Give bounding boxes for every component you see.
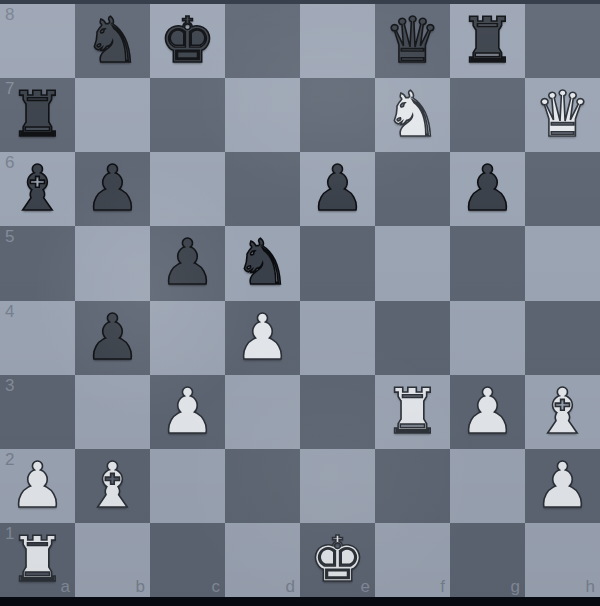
piece-white-pawn[interactable]: ♟ [234, 301, 290, 375]
square-a5[interactable]: 5 [0, 226, 75, 300]
square-e8[interactable] [300, 4, 375, 78]
square-g3[interactable]: ♟ [450, 375, 525, 449]
square-e7[interactable] [300, 78, 375, 152]
square-h1[interactable]: h [525, 523, 600, 597]
square-c6[interactable] [150, 152, 225, 226]
piece-black-bishop[interactable]: ♝ [9, 152, 65, 226]
square-e6[interactable]: ♟ [300, 152, 375, 226]
piece-black-knight[interactable]: ♞ [84, 4, 140, 78]
square-d2[interactable] [225, 449, 300, 523]
square-f6[interactable] [375, 152, 450, 226]
square-a3[interactable]: 3 [0, 375, 75, 449]
square-a1[interactable]: 1a♜ [0, 523, 75, 597]
square-c1[interactable]: c [150, 523, 225, 597]
square-b6[interactable]: ♟ [75, 152, 150, 226]
square-b4[interactable]: ♟ [75, 301, 150, 375]
piece-black-pawn[interactable]: ♟ [159, 226, 215, 300]
square-a7[interactable]: 7♜ [0, 78, 75, 152]
rank-label-5: 5 [5, 227, 14, 247]
piece-white-pawn[interactable]: ♟ [534, 449, 590, 523]
square-e5[interactable] [300, 226, 375, 300]
piece-black-pawn[interactable]: ♟ [84, 301, 140, 375]
square-b8[interactable]: ♞ [75, 4, 150, 78]
piece-white-rook[interactable]: ♜ [9, 523, 65, 597]
square-f8[interactable]: ♛ [375, 4, 450, 78]
piece-white-knight[interactable]: ♞ [384, 78, 440, 152]
piece-white-pawn[interactable]: ♟ [9, 449, 65, 523]
square-d5[interactable]: ♞ [225, 226, 300, 300]
piece-black-king[interactable]: ♚ [159, 4, 215, 78]
file-label-f: f [440, 577, 445, 597]
square-f3[interactable]: ♜ [375, 375, 450, 449]
square-f1[interactable]: f [375, 523, 450, 597]
square-h6[interactable] [525, 152, 600, 226]
rank-label-4: 4 [5, 302, 14, 322]
square-g1[interactable]: g [450, 523, 525, 597]
square-g8[interactable]: ♜ [450, 4, 525, 78]
file-label-g: g [511, 577, 520, 597]
square-c2[interactable] [150, 449, 225, 523]
square-d3[interactable] [225, 375, 300, 449]
square-b1[interactable]: b [75, 523, 150, 597]
piece-black-knight[interactable]: ♞ [234, 226, 290, 300]
square-g7[interactable] [450, 78, 525, 152]
rank-label-8: 8 [5, 5, 14, 25]
square-a2[interactable]: 2♟ [0, 449, 75, 523]
square-h5[interactable] [525, 226, 600, 300]
square-g6[interactable]: ♟ [450, 152, 525, 226]
piece-white-pawn[interactable]: ♟ [159, 375, 215, 449]
piece-white-pawn[interactable]: ♟ [459, 375, 515, 449]
square-f5[interactable] [375, 226, 450, 300]
square-h2[interactable]: ♟ [525, 449, 600, 523]
square-h8[interactable] [525, 4, 600, 78]
piece-white-bishop[interactable]: ♝ [84, 449, 140, 523]
square-d6[interactable] [225, 152, 300, 226]
square-d8[interactable] [225, 4, 300, 78]
square-c5[interactable]: ♟ [150, 226, 225, 300]
piece-black-pawn[interactable]: ♟ [459, 152, 515, 226]
piece-black-pawn[interactable]: ♟ [309, 152, 365, 226]
square-c4[interactable] [150, 301, 225, 375]
square-d4[interactable]: ♟ [225, 301, 300, 375]
piece-white-king[interactable]: ♚ [309, 523, 365, 597]
square-f7[interactable]: ♞ [375, 78, 450, 152]
square-e1[interactable]: e♚ [300, 523, 375, 597]
square-d1[interactable]: d [225, 523, 300, 597]
square-h4[interactable] [525, 301, 600, 375]
square-g4[interactable] [450, 301, 525, 375]
square-h3[interactable]: ♝ [525, 375, 600, 449]
chess-app-window: 8♞♚♛♜7♜♞♛6♝♟♟♟5♟♞4♟♟3♟♜♟♝2♟♝♟1a♜bcde♚fgh [0, 0, 600, 606]
square-c3[interactable]: ♟ [150, 375, 225, 449]
file-label-b: b [136, 577, 145, 597]
piece-white-queen[interactable]: ♛ [534, 78, 590, 152]
piece-black-rook[interactable]: ♜ [459, 4, 515, 78]
square-c7[interactable] [150, 78, 225, 152]
square-e4[interactable] [300, 301, 375, 375]
square-e3[interactable] [300, 375, 375, 449]
square-a6[interactable]: 6♝ [0, 152, 75, 226]
square-b5[interactable] [75, 226, 150, 300]
square-d7[interactable] [225, 78, 300, 152]
square-b7[interactable] [75, 78, 150, 152]
chess-board: 8♞♚♛♜7♜♞♛6♝♟♟♟5♟♞4♟♟3♟♜♟♝2♟♝♟1a♜bcde♚fgh [0, 4, 600, 597]
file-label-c: c [212, 577, 221, 597]
square-b2[interactable]: ♝ [75, 449, 150, 523]
file-label-h: h [586, 577, 595, 597]
file-label-d: d [286, 577, 295, 597]
square-f2[interactable] [375, 449, 450, 523]
piece-black-pawn[interactable]: ♟ [84, 152, 140, 226]
square-a4[interactable]: 4 [0, 301, 75, 375]
square-h7[interactable]: ♛ [525, 78, 600, 152]
rank-label-3: 3 [5, 376, 14, 396]
square-g2[interactable] [450, 449, 525, 523]
piece-black-queen[interactable]: ♛ [384, 4, 440, 78]
piece-white-rook[interactable]: ♜ [384, 375, 440, 449]
piece-white-bishop[interactable]: ♝ [534, 375, 590, 449]
square-a8[interactable]: 8 [0, 4, 75, 78]
square-c8[interactable]: ♚ [150, 4, 225, 78]
square-b3[interactable] [75, 375, 150, 449]
square-f4[interactable] [375, 301, 450, 375]
piece-black-rook[interactable]: ♜ [9, 78, 65, 152]
square-e2[interactable] [300, 449, 375, 523]
square-g5[interactable] [450, 226, 525, 300]
